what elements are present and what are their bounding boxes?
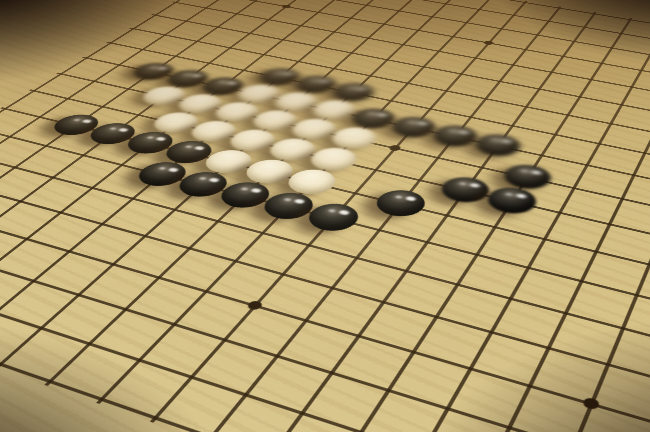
black-stone-glyph: ● bbox=[443, 165, 487, 192]
black-stone-glyph: ● bbox=[298, 67, 338, 86]
white-stone-glyph: ○ bbox=[233, 119, 278, 142]
white-stone-glyph: ○ bbox=[256, 101, 299, 123]
white-stone-glyph: ○ bbox=[278, 83, 319, 103]
white-stone-glyph: ○ bbox=[315, 91, 356, 112]
black-stone-glyph: ● bbox=[311, 191, 359, 220]
black-stone-glyph: ● bbox=[505, 153, 547, 179]
white-stone-glyph: ○ bbox=[219, 93, 262, 114]
black-stone-glyph: ● bbox=[335, 74, 375, 94]
white-stone-glyph: ○ bbox=[273, 128, 318, 152]
white-stone-glyph: ○ bbox=[250, 148, 297, 173]
white-stone-glyph: ○ bbox=[291, 158, 338, 184]
black-stone[interactable]: ● bbox=[435, 173, 496, 206]
black-stone-glyph: ● bbox=[224, 170, 273, 197]
black-stone-glyph: ● bbox=[59, 105, 106, 127]
black-stone-glyph: ● bbox=[137, 55, 179, 73]
black-stone-glyph: ● bbox=[205, 68, 246, 87]
go-board-photo: ●●●●●●○○○●●●●○○○○○○●○○○○○●●●●●●○○○●●●●●● bbox=[0, 0, 650, 432]
black-stone-glyph: ● bbox=[435, 115, 476, 138]
white-stone-glyph: ○ bbox=[241, 76, 282, 96]
black-stone-glyph: ● bbox=[171, 61, 213, 80]
star-point bbox=[582, 396, 601, 410]
white-stone-glyph: ○ bbox=[314, 137, 359, 161]
black-stone-glyph: ● bbox=[267, 180, 316, 208]
go-board[interactable]: ●●●●●●○○○●●●●○○○○○○●○○○○○●●●●●●○○○●●●●●● bbox=[0, 0, 650, 432]
white-stone-glyph: ○ bbox=[335, 117, 378, 140]
black-stone-glyph: ● bbox=[394, 107, 435, 129]
black-stone[interactable]: ● bbox=[369, 186, 432, 220]
black-stone-glyph: ● bbox=[262, 60, 302, 79]
black-stone-glyph: ● bbox=[95, 113, 142, 136]
black-stone-glyph: ● bbox=[477, 124, 518, 147]
black-stone-glyph: ● bbox=[379, 178, 425, 206]
white-stone-glyph: ○ bbox=[295, 109, 338, 131]
black-stone-glyph: ● bbox=[354, 99, 395, 120]
